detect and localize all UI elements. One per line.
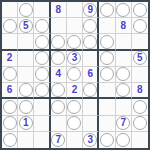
given-digit: 9 xyxy=(87,5,93,15)
odd-circle xyxy=(116,83,130,97)
cell-r3c5[interactable] xyxy=(67,34,83,50)
cell-r1c7[interactable] xyxy=(99,2,115,18)
cell-r6c3[interactable] xyxy=(34,83,50,99)
odd-circle xyxy=(133,100,147,114)
odd-circle xyxy=(116,67,130,81)
cell-r7c4[interactable] xyxy=(51,99,67,115)
odd-circle xyxy=(83,35,97,49)
cell-r1c5[interactable] xyxy=(67,2,83,18)
odd-circle xyxy=(51,51,65,65)
cell-r6c7[interactable] xyxy=(99,83,115,99)
cell-r4c6[interactable] xyxy=(83,51,99,67)
cell-r7c3[interactable] xyxy=(34,99,50,115)
cell-r7c9[interactable] xyxy=(132,99,148,115)
cell-r2c7[interactable] xyxy=(99,18,115,34)
cell-r8c1[interactable] xyxy=(2,116,18,132)
odd-circle xyxy=(133,116,147,130)
cell-r7c8[interactable] xyxy=(116,99,132,115)
odd-circle xyxy=(3,133,17,147)
cell-r9c7[interactable] xyxy=(99,132,115,148)
odd-circle xyxy=(3,100,17,114)
cell-r4c4[interactable] xyxy=(51,51,67,67)
odd-circle xyxy=(35,35,49,49)
odd-circle xyxy=(19,100,33,114)
odd-circle xyxy=(51,83,65,97)
cell-r9c3[interactable] xyxy=(34,132,50,148)
odd-circle xyxy=(83,83,97,97)
cell-r4c9[interactable]: 5 xyxy=(132,51,148,67)
odd-circle xyxy=(67,35,81,49)
cell-r7c6[interactable] xyxy=(83,99,99,115)
given-digit: 6 xyxy=(87,69,93,79)
odd-circle xyxy=(3,116,17,130)
cell-r9c4[interactable]: 7 xyxy=(51,132,67,148)
odd-circle xyxy=(67,100,81,114)
cell-r5c2[interactable] xyxy=(18,67,34,83)
cell-r8c7[interactable] xyxy=(99,116,115,132)
cell-r3c9[interactable] xyxy=(132,34,148,50)
odd-circle xyxy=(83,19,97,33)
cell-r4c2[interactable] xyxy=(18,51,34,67)
cell-r3c3[interactable] xyxy=(34,34,50,50)
odd-circle xyxy=(3,67,17,81)
cell-r5c9[interactable] xyxy=(132,67,148,83)
cell-r8c4[interactable] xyxy=(51,116,67,132)
cell-r4c1[interactable]: 2 xyxy=(2,51,18,67)
sudoku-board: 8958235466281773 xyxy=(0,0,150,150)
cell-r6c4[interactable] xyxy=(51,83,67,99)
cell-r8c2[interactable]: 1 xyxy=(18,116,34,132)
odd-circle xyxy=(116,133,130,147)
odd-circle xyxy=(35,83,49,97)
cell-r6c1[interactable]: 6 xyxy=(2,83,18,99)
cell-r2c1[interactable] xyxy=(2,18,18,34)
cell-r8c9[interactable] xyxy=(132,116,148,132)
odd-circle xyxy=(19,3,33,17)
cell-r1c9[interactable] xyxy=(132,2,148,18)
cell-r7c7[interactable] xyxy=(99,99,115,115)
cell-r2c9[interactable] xyxy=(132,18,148,34)
cell-r6c5[interactable]: 2 xyxy=(67,83,83,99)
odd-circle xyxy=(51,100,65,114)
cell-r6c8[interactable] xyxy=(116,83,132,99)
given-digit: 3 xyxy=(72,53,78,63)
cell-r3c7[interactable] xyxy=(99,34,115,50)
odd-circle xyxy=(100,3,114,17)
odd-circle xyxy=(35,51,49,65)
cell-r8c5[interactable] xyxy=(67,116,83,132)
cell-r7c5[interactable] xyxy=(67,99,83,115)
cell-r9c8[interactable] xyxy=(116,132,132,148)
cell-r4c5[interactable]: 3 xyxy=(67,51,83,67)
cell-r1c2[interactable] xyxy=(18,2,34,18)
cell-r2c4[interactable] xyxy=(51,18,67,34)
cell-r1c4[interactable]: 8 xyxy=(51,2,67,18)
odd-circle xyxy=(100,35,114,49)
cell-r9c2[interactable] xyxy=(18,132,34,148)
odd-circle xyxy=(35,67,49,81)
cell-r5c7[interactable] xyxy=(99,67,115,83)
given-digit: 7 xyxy=(120,118,126,128)
given-digit: 8 xyxy=(120,21,126,31)
cell-r9c1[interactable] xyxy=(2,132,18,148)
given-digit: 1 xyxy=(23,118,29,128)
cell-r6c2[interactable] xyxy=(18,83,34,99)
cell-r6c6[interactable] xyxy=(83,83,99,99)
cell-r5c5[interactable] xyxy=(67,67,83,83)
odd-circle xyxy=(133,3,147,17)
odd-circle xyxy=(51,35,65,49)
cell-r8c6[interactable] xyxy=(83,116,99,132)
cell-r2c8[interactable]: 8 xyxy=(116,18,132,34)
odd-circle xyxy=(100,67,114,81)
odd-circle xyxy=(19,83,33,97)
cell-r2c5[interactable] xyxy=(67,18,83,34)
odd-circle xyxy=(133,19,147,33)
cell-r3c2[interactable] xyxy=(18,34,34,50)
cell-r4c8[interactable] xyxy=(116,51,132,67)
odd-circle xyxy=(116,3,130,17)
given-digit: 2 xyxy=(72,85,78,95)
given-digit: 6 xyxy=(7,85,13,95)
given-digit: 8 xyxy=(137,85,143,95)
cell-r3c1[interactable] xyxy=(2,34,18,50)
odd-circle xyxy=(100,51,114,65)
cell-r8c8[interactable]: 7 xyxy=(116,116,132,132)
cell-r9c9[interactable] xyxy=(132,132,148,148)
given-digit: 2 xyxy=(7,53,13,63)
cell-r5c8[interactable] xyxy=(116,67,132,83)
cell-r1c8[interactable] xyxy=(116,2,132,18)
given-digit: 5 xyxy=(23,21,29,31)
cell-r5c6[interactable]: 6 xyxy=(83,67,99,83)
cell-r7c2[interactable] xyxy=(18,99,34,115)
cell-r9c5[interactable] xyxy=(67,132,83,148)
odd-circle xyxy=(3,19,17,33)
given-digit: 8 xyxy=(55,5,61,15)
cell-r6c9[interactable]: 8 xyxy=(132,83,148,99)
odd-circle xyxy=(67,116,81,130)
cell-r1c6[interactable]: 9 xyxy=(83,2,99,18)
cell-r2c2[interactable]: 5 xyxy=(18,18,34,34)
given-digit: 7 xyxy=(55,135,61,145)
odd-circle xyxy=(35,19,49,33)
cell-r2c3[interactable] xyxy=(34,18,50,34)
cell-r1c3[interactable] xyxy=(34,2,50,18)
cell-r4c7[interactable] xyxy=(99,51,115,67)
odd-circle xyxy=(67,67,81,81)
cell-r7c1[interactable] xyxy=(2,99,18,115)
given-digit: 3 xyxy=(87,135,93,145)
cell-r1c1[interactable] xyxy=(2,2,18,18)
odd-circle xyxy=(100,133,114,147)
cell-r8c3[interactable] xyxy=(34,116,50,132)
cell-r2c6[interactable] xyxy=(83,18,99,34)
cell-r5c4[interactable]: 4 xyxy=(51,67,67,83)
cell-r4c3[interactable] xyxy=(34,51,50,67)
given-digit: 5 xyxy=(137,53,143,63)
cell-r3c4[interactable] xyxy=(51,34,67,50)
cell-r3c8[interactable] xyxy=(116,34,132,50)
cell-r5c3[interactable] xyxy=(34,67,50,83)
cell-r9c6[interactable]: 3 xyxy=(83,132,99,148)
cell-r5c1[interactable] xyxy=(2,67,18,83)
cell-r3c6[interactable] xyxy=(83,34,99,50)
given-digit: 4 xyxy=(55,69,61,79)
